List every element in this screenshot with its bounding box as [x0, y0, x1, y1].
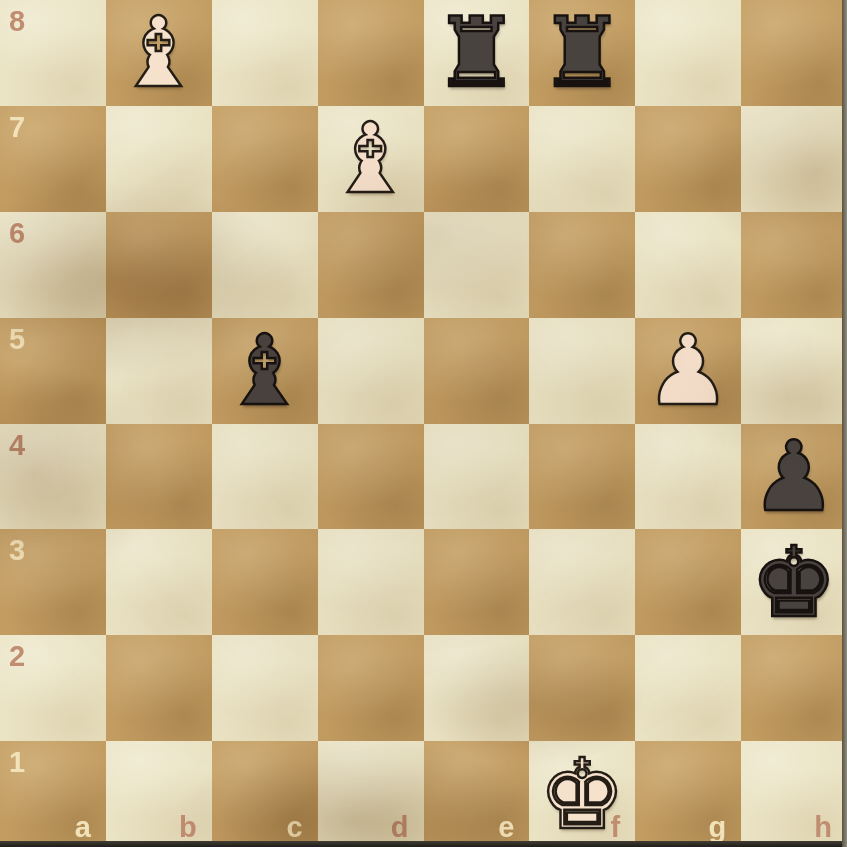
square-h6[interactable] [741, 212, 847, 318]
square-e5[interactable] [424, 318, 530, 424]
piece-white-bishop[interactable]: ♝ [106, 0, 212, 106]
square-e4[interactable] [424, 424, 530, 530]
square-h4[interactable]: ♟ [741, 424, 847, 530]
file-label-c: c [286, 813, 302, 842]
rank-label-5: 5 [9, 325, 25, 354]
rank-label-1: 1 [9, 748, 25, 777]
square-g1[interactable]: g [635, 741, 741, 847]
file-label-d: d [391, 813, 409, 842]
square-a2[interactable]: 2 [0, 635, 106, 741]
square-d4[interactable] [318, 424, 424, 530]
square-h8[interactable] [741, 0, 847, 106]
square-c7[interactable] [212, 106, 318, 212]
square-g4[interactable] [635, 424, 741, 530]
file-label-a: a [75, 813, 91, 842]
square-e2[interactable] [424, 635, 530, 741]
piece-white-bishop[interactable]: ♝ [318, 106, 424, 212]
square-f3[interactable] [529, 529, 635, 635]
square-c2[interactable] [212, 635, 318, 741]
square-c3[interactable] [212, 529, 318, 635]
square-e8[interactable]: ♜ [424, 0, 530, 106]
square-a3[interactable]: 3 [0, 529, 106, 635]
piece-black-pawn[interactable]: ♟ [741, 424, 847, 530]
square-a5[interactable]: 5 [0, 318, 106, 424]
square-g8[interactable] [635, 0, 741, 106]
square-d7[interactable]: ♝ [318, 106, 424, 212]
square-e3[interactable] [424, 529, 530, 635]
square-g3[interactable] [635, 529, 741, 635]
square-d1[interactable]: d [318, 741, 424, 847]
square-g7[interactable] [635, 106, 741, 212]
square-f5[interactable] [529, 318, 635, 424]
square-b4[interactable] [106, 424, 212, 530]
piece-black-rook[interactable]: ♜ [424, 0, 530, 106]
square-f8[interactable]: ♜ [529, 0, 635, 106]
square-b2[interactable] [106, 635, 212, 741]
chess-board: 8♝♜♜7♝65♝♟4♟3♚21abcdef♚gh [0, 0, 847, 847]
square-b1[interactable]: b [106, 741, 212, 847]
square-c6[interactable] [212, 212, 318, 318]
square-c8[interactable] [212, 0, 318, 106]
square-f1[interactable]: f♚ [529, 741, 635, 847]
rank-label-2: 2 [9, 642, 25, 671]
rank-label-4: 4 [9, 431, 25, 460]
square-b8[interactable]: ♝ [106, 0, 212, 106]
square-h5[interactable] [741, 318, 847, 424]
piece-black-king[interactable]: ♚ [741, 529, 847, 635]
rank-label-6: 6 [9, 219, 25, 248]
square-h3[interactable]: ♚ [741, 529, 847, 635]
square-g6[interactable] [635, 212, 741, 318]
square-b5[interactable] [106, 318, 212, 424]
square-b6[interactable] [106, 212, 212, 318]
square-d3[interactable] [318, 529, 424, 635]
file-label-b: b [179, 813, 197, 842]
square-f2[interactable] [529, 635, 635, 741]
rank-label-8: 8 [9, 7, 25, 36]
square-b3[interactable] [106, 529, 212, 635]
square-c5[interactable]: ♝ [212, 318, 318, 424]
square-f7[interactable] [529, 106, 635, 212]
file-label-h: h [814, 813, 832, 842]
square-a8[interactable]: 8 [0, 0, 106, 106]
square-d6[interactable] [318, 212, 424, 318]
square-g2[interactable] [635, 635, 741, 741]
piece-black-bishop[interactable]: ♝ [212, 318, 318, 424]
square-h1[interactable]: h [741, 741, 847, 847]
square-e7[interactable] [424, 106, 530, 212]
square-f6[interactable] [529, 212, 635, 318]
square-d8[interactable] [318, 0, 424, 106]
rank-label-3: 3 [9, 536, 25, 565]
square-b7[interactable] [106, 106, 212, 212]
square-a6[interactable]: 6 [0, 212, 106, 318]
file-label-g: g [708, 813, 726, 842]
square-e1[interactable]: e [424, 741, 530, 847]
file-label-f: f [611, 813, 621, 842]
square-c1[interactable]: c [212, 741, 318, 847]
square-a4[interactable]: 4 [0, 424, 106, 530]
square-a7[interactable]: 7 [0, 106, 106, 212]
piece-black-rook[interactable]: ♜ [529, 0, 635, 106]
square-d2[interactable] [318, 635, 424, 741]
file-label-e: e [498, 813, 514, 842]
square-c4[interactable] [212, 424, 318, 530]
square-h7[interactable] [741, 106, 847, 212]
square-h2[interactable] [741, 635, 847, 741]
square-f4[interactable] [529, 424, 635, 530]
square-a1[interactable]: 1a [0, 741, 106, 847]
rank-label-7: 7 [9, 113, 25, 142]
piece-white-pawn[interactable]: ♟ [635, 318, 741, 424]
square-g5[interactable]: ♟ [635, 318, 741, 424]
square-d5[interactable] [318, 318, 424, 424]
square-e6[interactable] [424, 212, 530, 318]
